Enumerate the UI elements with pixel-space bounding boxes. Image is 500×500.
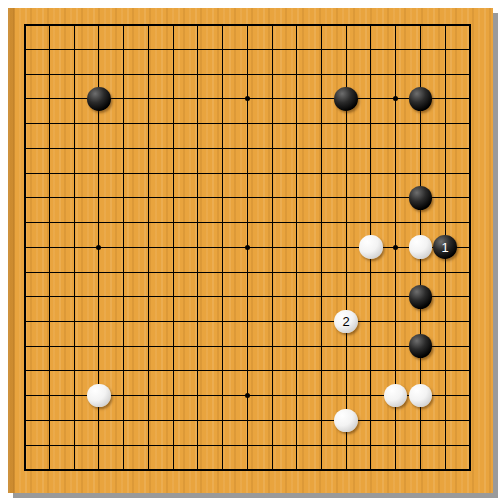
grid-line-horizontal xyxy=(24,296,471,297)
grid-line-horizontal xyxy=(24,469,471,471)
move-number-label: 1 xyxy=(441,241,448,254)
white-stone xyxy=(359,235,383,259)
grid-line-horizontal xyxy=(24,445,471,446)
star-point xyxy=(245,96,250,101)
go-board[interactable]: 12 xyxy=(8,8,493,493)
black-stone xyxy=(409,285,433,309)
black-stone xyxy=(87,87,111,111)
move-number-label: 2 xyxy=(343,315,350,328)
grid-line-horizontal xyxy=(24,420,471,421)
diagram-canvas: 12 xyxy=(0,0,500,500)
grid-line-horizontal xyxy=(24,272,471,273)
star-point xyxy=(245,393,250,398)
star-point xyxy=(96,245,101,250)
grid-line-vertical xyxy=(272,24,273,471)
white-stone xyxy=(87,384,111,408)
grid-line-horizontal xyxy=(24,321,471,322)
black-stone xyxy=(409,186,433,210)
white-stone xyxy=(384,384,408,408)
black-stone xyxy=(409,87,433,111)
white-stone xyxy=(334,409,358,433)
star-point xyxy=(393,96,398,101)
black-stone: 1 xyxy=(433,235,457,259)
black-stone xyxy=(334,87,358,111)
black-stone xyxy=(409,334,433,358)
grid-line-horizontal xyxy=(24,346,471,347)
white-stone xyxy=(409,384,433,408)
grid-line-horizontal xyxy=(24,370,471,371)
star-point xyxy=(393,245,398,250)
grid-line-vertical xyxy=(469,24,471,471)
white-stone xyxy=(409,235,433,259)
white-stone: 2 xyxy=(334,310,358,334)
grid-line-vertical xyxy=(296,24,297,471)
star-point xyxy=(245,245,250,250)
grid-line-vertical xyxy=(321,24,322,471)
